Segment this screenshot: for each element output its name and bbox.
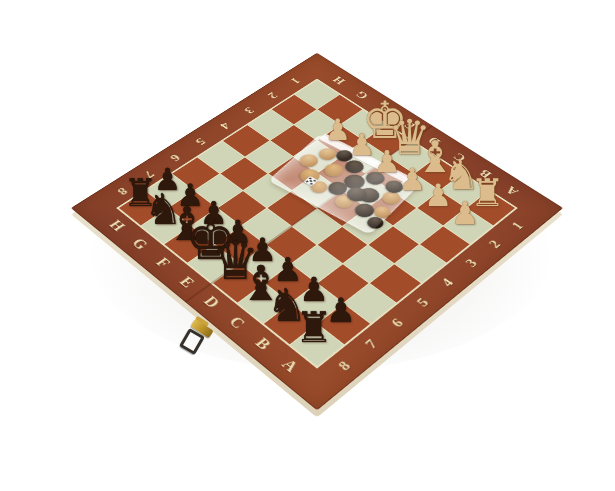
brass-clasp — [181, 318, 221, 360]
board-grid — [119, 80, 515, 366]
chess-board: HGFEDCBA HGFEDCBA 12345678 12345678 — [71, 53, 563, 411]
checker-disc-tan — [321, 161, 347, 179]
photo-background: HGFEDCBA HGFEDCBA 12345678 12345678 ♜♞♝♛… — [0, 0, 615, 491]
